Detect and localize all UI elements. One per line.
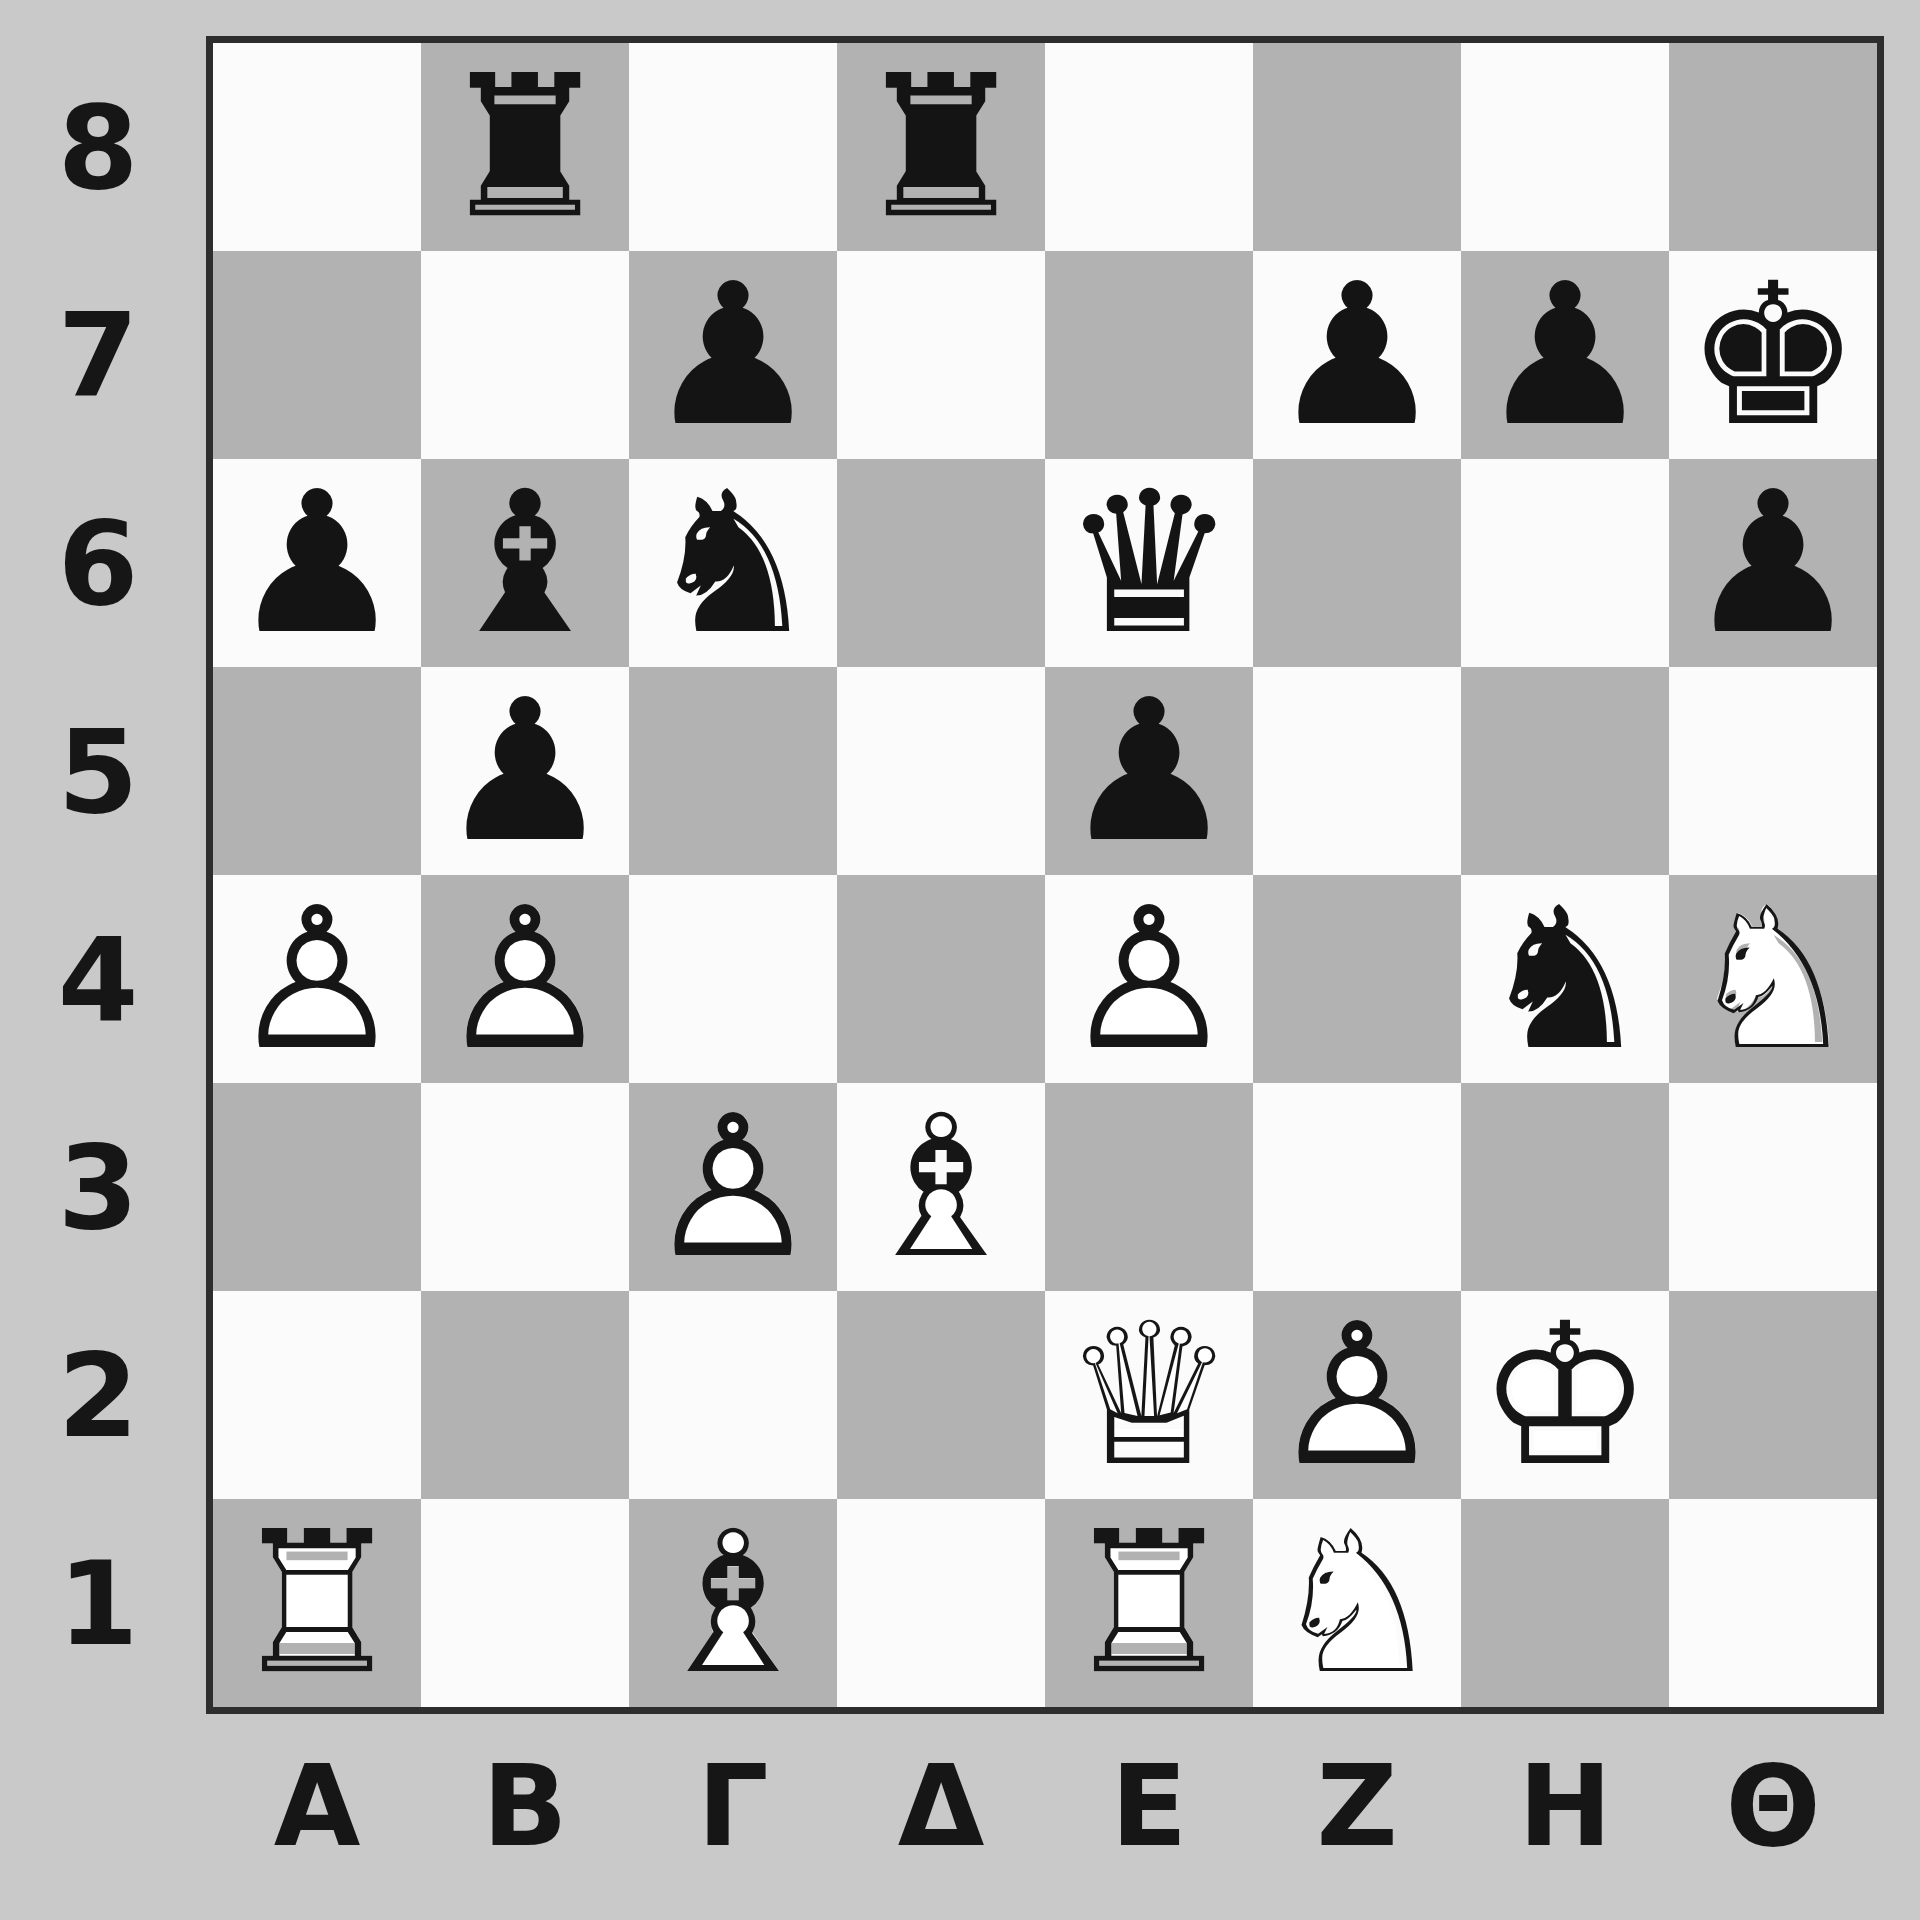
black-pawn[interactable]: ♟ [421,667,629,875]
square-f8[interactable] [1253,43,1461,251]
file-label-h: Θ [1669,1726,1877,1886]
square-c5[interactable] [629,667,837,875]
piece-outline-layer: ♗ [645,1505,821,1701]
square-c7[interactable]: ♟ [629,251,837,459]
square-h2[interactable] [1669,1291,1877,1499]
piece-outline-layer: ♖ [1061,1505,1237,1701]
white-knight[interactable]: ♞♘ [1669,875,1877,1083]
file-label-f: Ζ [1253,1726,1461,1886]
square-c1[interactable]: ♝♗ [629,1499,837,1707]
piece-glyph: ♟ [1061,673,1237,869]
board-frame: ♜♜♟♟♟♚♟♝♞♛♟♟♟♟♙♟♙♟♙♞♞♘♟♙♝♗♛♕♟♙♚♔♜♖♝♗♜♖♞♘ [206,36,1884,1714]
file-label-d: Δ [837,1726,1045,1886]
piece-glyph: ♟ [1685,465,1861,661]
square-f5[interactable] [1253,667,1461,875]
black-queen[interactable]: ♛ [1045,459,1253,667]
square-d2[interactable] [837,1291,1045,1499]
chess-diagram-page: 87654321 ♜♜♟♟♟♚♟♝♞♛♟♟♟♟♙♟♙♟♙♞♞♘♟♙♝♗♛♕♟♙♚… [0,0,1920,1920]
square-g8[interactable] [1461,43,1669,251]
square-e2[interactable]: ♛♕ [1045,1291,1253,1499]
white-rook[interactable]: ♜♖ [213,1499,421,1707]
black-pawn[interactable]: ♟ [213,459,421,667]
white-pawn[interactable]: ♟♙ [1253,1291,1461,1499]
square-d4[interactable] [837,875,1045,1083]
black-rook[interactable]: ♜ [837,43,1045,251]
rank-label-8: 8 [18,43,178,251]
square-f7[interactable]: ♟ [1253,251,1461,459]
square-b6[interactable]: ♝ [421,459,629,667]
square-e6[interactable]: ♛ [1045,459,1253,667]
black-rook[interactable]: ♜ [421,43,629,251]
piece-glyph: ♞ [645,465,821,661]
black-king[interactable]: ♚ [1669,251,1877,459]
square-h3[interactable] [1669,1083,1877,1291]
piece-outline-layer: ♙ [437,881,613,1077]
black-pawn[interactable]: ♟ [1461,251,1669,459]
square-b1[interactable] [421,1499,629,1707]
square-e5[interactable]: ♟ [1045,667,1253,875]
square-g4[interactable]: ♞ [1461,875,1669,1083]
black-knight[interactable]: ♞ [1461,875,1669,1083]
square-a1[interactable]: ♜♖ [213,1499,421,1707]
square-f6[interactable] [1253,459,1461,667]
piece-glyph: ♝ [437,465,613,661]
piece-glyph: ♟ [1269,257,1445,453]
square-h6[interactable]: ♟ [1669,459,1877,667]
piece-glyph: ♞ [1477,881,1653,1077]
square-c3[interactable]: ♟♙ [629,1083,837,1291]
rank-label-6: 6 [18,459,178,667]
square-b7[interactable] [421,251,629,459]
square-e1[interactable]: ♜♖ [1045,1499,1253,1707]
white-pawn[interactable]: ♟♙ [421,875,629,1083]
chess-board: ♜♜♟♟♟♚♟♝♞♛♟♟♟♟♙♟♙♟♙♞♞♘♟♙♝♗♛♕♟♙♚♔♜♖♝♗♜♖♞♘ [213,43,1877,1707]
square-d7[interactable] [837,251,1045,459]
black-bishop[interactable]: ♝ [421,459,629,667]
piece-glyph: ♟ [645,257,821,453]
square-e7[interactable] [1045,251,1253,459]
square-c8[interactable] [629,43,837,251]
square-e4[interactable]: ♟♙ [1045,875,1253,1083]
piece-outline-layer: ♘ [1685,881,1861,1077]
square-b8[interactable]: ♜ [421,43,629,251]
piece-outline-layer: ♗ [853,1089,1029,1285]
piece-outline-layer: ♖ [229,1505,405,1701]
square-d5[interactable] [837,667,1045,875]
black-pawn[interactable]: ♟ [1045,667,1253,875]
square-h1[interactable] [1669,1499,1877,1707]
white-rook[interactable]: ♜♖ [1045,1499,1253,1707]
white-bishop[interactable]: ♝♗ [837,1083,1045,1291]
rank-label-4: 4 [18,875,178,1083]
square-f1[interactable]: ♞♘ [1253,1499,1461,1707]
square-g1[interactable] [1461,1499,1669,1707]
file-label-e: Ε [1045,1726,1253,1886]
black-pawn[interactable]: ♟ [1253,251,1461,459]
piece-glyph: ♚ [1685,257,1861,453]
piece-glyph: ♟ [229,465,405,661]
white-pawn[interactable]: ♟♙ [629,1083,837,1291]
square-g7[interactable]: ♟ [1461,251,1669,459]
square-a8[interactable] [213,43,421,251]
piece-glyph: ♜ [853,49,1029,245]
square-g2[interactable]: ♚♔ [1461,1291,1669,1499]
piece-glyph: ♟ [437,673,613,869]
square-g3[interactable] [1461,1083,1669,1291]
rank-label-3: 3 [18,1083,178,1291]
square-a2[interactable] [213,1291,421,1499]
square-d1[interactable] [837,1499,1045,1707]
white-knight[interactable]: ♞♘ [1253,1499,1461,1707]
square-b2[interactable] [421,1291,629,1499]
square-f2[interactable]: ♟♙ [1253,1291,1461,1499]
square-b3[interactable] [421,1083,629,1291]
white-pawn[interactable]: ♟♙ [1045,875,1253,1083]
square-e3[interactable] [1045,1083,1253,1291]
square-c6[interactable]: ♞ [629,459,837,667]
square-a7[interactable] [213,251,421,459]
square-e8[interactable] [1045,43,1253,251]
square-a6[interactable]: ♟ [213,459,421,667]
piece-glyph: ♛ [1061,465,1237,661]
black-pawn[interactable]: ♟ [1669,459,1877,667]
white-pawn[interactable]: ♟♙ [213,875,421,1083]
square-a5[interactable] [213,667,421,875]
square-c2[interactable] [629,1291,837,1499]
square-d8[interactable]: ♜ [837,43,1045,251]
square-g6[interactable] [1461,459,1669,667]
black-knight[interactable]: ♞ [629,459,837,667]
rank-label-1: 1 [18,1499,178,1707]
square-h5[interactable] [1669,667,1877,875]
piece-outline-layer: ♔ [1477,1297,1653,1493]
rank-label-7: 7 [18,251,178,459]
square-c4[interactable] [629,875,837,1083]
square-a4[interactable]: ♟♙ [213,875,421,1083]
square-h4[interactable]: ♞♘ [1669,875,1877,1083]
square-f3[interactable] [1253,1083,1461,1291]
square-f4[interactable] [1253,875,1461,1083]
white-queen[interactable]: ♛♕ [1045,1291,1253,1499]
piece-outline-layer: ♕ [1061,1297,1237,1493]
square-b5[interactable]: ♟ [421,667,629,875]
square-h8[interactable] [1669,43,1877,251]
piece-outline-layer: ♙ [1061,881,1237,1077]
piece-outline-layer: ♙ [1269,1297,1445,1493]
square-d3[interactable]: ♝♗ [837,1083,1045,1291]
square-d6[interactable] [837,459,1045,667]
white-king[interactable]: ♚♔ [1461,1291,1669,1499]
piece-glyph: ♜ [437,49,613,245]
rank-label-2: 2 [18,1291,178,1499]
piece-outline-layer: ♘ [1269,1505,1445,1701]
piece-glyph: ♟ [1477,257,1653,453]
file-label-g: Η [1461,1726,1669,1886]
black-pawn[interactable]: ♟ [629,251,837,459]
square-b4[interactable]: ♟♙ [421,875,629,1083]
square-h7[interactable]: ♚ [1669,251,1877,459]
square-a3[interactable] [213,1083,421,1291]
piece-outline-layer: ♙ [229,881,405,1077]
piece-outline-layer: ♙ [645,1089,821,1285]
square-g5[interactable] [1461,667,1669,875]
file-label-c: Γ [629,1726,837,1886]
file-labels: ΑΒΓΔΕΖΗΘ [213,1726,1877,1886]
file-label-a: Α [213,1726,421,1886]
rank-labels: 87654321 [18,43,178,1707]
white-bishop[interactable]: ♝♗ [629,1499,837,1707]
rank-label-5: 5 [18,667,178,875]
file-label-b: Β [421,1726,629,1886]
